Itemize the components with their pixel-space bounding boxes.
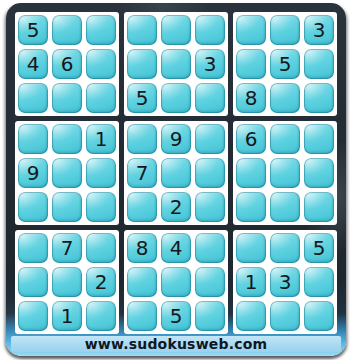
cell-r5c4[interactable]: 7 (127, 158, 157, 188)
cell-r9c6[interactable] (195, 301, 225, 331)
cell-r4c6[interactable] (195, 124, 225, 154)
cell-r5c6[interactable] (195, 158, 225, 188)
box-1: 546 (15, 12, 119, 116)
cell-r5c1[interactable]: 9 (18, 158, 48, 188)
box-7: 721 (15, 230, 119, 334)
cell-r2c6[interactable]: 3 (195, 49, 225, 79)
cell-r2c1[interactable]: 4 (18, 49, 48, 79)
cell-r8c6[interactable] (195, 267, 225, 297)
cell-r6c4[interactable] (127, 192, 157, 222)
cell-r1c5[interactable] (161, 15, 191, 45)
box-9: 513 (233, 230, 337, 334)
cell-r1c9[interactable]: 3 (304, 15, 334, 45)
cell-r6c2[interactable] (52, 192, 82, 222)
site-link[interactable]: www.sudokusweb.com (85, 336, 268, 352)
cell-r7c4[interactable]: 8 (127, 233, 157, 263)
cell-r3c6[interactable] (195, 83, 225, 113)
cell-r8c1[interactable] (18, 267, 48, 297)
cell-r4c8[interactable] (270, 124, 300, 154)
cell-r2c3[interactable] (86, 49, 116, 79)
cell-r7c1[interactable] (18, 233, 48, 263)
cell-r3c3[interactable] (86, 83, 116, 113)
cell-r5c8[interactable] (270, 158, 300, 188)
cell-r7c8[interactable] (270, 233, 300, 263)
cell-r1c1[interactable]: 5 (18, 15, 48, 45)
cell-r3c8[interactable] (270, 83, 300, 113)
cell-r6c8[interactable] (270, 192, 300, 222)
cell-r8c5[interactable] (161, 267, 191, 297)
cell-r6c7[interactable] (236, 192, 266, 222)
cell-r7c3[interactable] (86, 233, 116, 263)
cell-r6c5[interactable]: 2 (161, 192, 191, 222)
cell-r6c6[interactable] (195, 192, 225, 222)
cell-r7c5[interactable]: 4 (161, 233, 191, 263)
cell-r4c1[interactable] (18, 124, 48, 154)
box-4: 19 (15, 121, 119, 225)
cell-r9c4[interactable] (127, 301, 157, 331)
cell-r2c9[interactable] (304, 49, 334, 79)
cell-r1c4[interactable] (127, 15, 157, 45)
box-8: 845 (124, 230, 228, 334)
cell-r8c3[interactable]: 2 (86, 267, 116, 297)
cell-r8c4[interactable] (127, 267, 157, 297)
cell-r2c4[interactable] (127, 49, 157, 79)
cell-r9c8[interactable] (270, 301, 300, 331)
cell-r1c6[interactable] (195, 15, 225, 45)
cell-r3c2[interactable] (52, 83, 82, 113)
cell-r4c3[interactable]: 1 (86, 124, 116, 154)
box-3: 358 (233, 12, 337, 116)
cell-r7c6[interactable] (195, 233, 225, 263)
cell-r7c2[interactable]: 7 (52, 233, 82, 263)
cell-r1c7[interactable] (236, 15, 266, 45)
cell-r6c3[interactable] (86, 192, 116, 222)
cell-r4c4[interactable] (127, 124, 157, 154)
cell-r8c7[interactable]: 1 (236, 267, 266, 297)
cell-r7c7[interactable] (236, 233, 266, 263)
cell-r5c5[interactable] (161, 158, 191, 188)
sudoku-grid: 54635358199726721845513 (15, 12, 337, 334)
cell-r8c8[interactable]: 3 (270, 267, 300, 297)
cell-r2c2[interactable]: 6 (52, 49, 82, 79)
cell-r8c2[interactable] (52, 267, 82, 297)
cell-r2c5[interactable] (161, 49, 191, 79)
cell-r2c7[interactable] (236, 49, 266, 79)
cell-r9c1[interactable] (18, 301, 48, 331)
cell-r1c2[interactable] (52, 15, 82, 45)
cell-r4c5[interactable]: 9 (161, 124, 191, 154)
cell-r5c7[interactable] (236, 158, 266, 188)
cell-r5c3[interactable] (86, 158, 116, 188)
cell-r5c2[interactable] (52, 158, 82, 188)
cell-r4c2[interactable] (52, 124, 82, 154)
cell-r3c5[interactable] (161, 83, 191, 113)
cell-r2c8[interactable]: 5 (270, 49, 300, 79)
cell-r3c7[interactable]: 8 (236, 83, 266, 113)
cell-r3c9[interactable] (304, 83, 334, 113)
footer-bar: www.sudokusweb.com (11, 336, 341, 352)
cell-r6c9[interactable] (304, 192, 334, 222)
cell-r6c1[interactable] (18, 192, 48, 222)
box-2: 35 (124, 12, 228, 116)
cell-r1c3[interactable] (86, 15, 116, 45)
cell-r4c9[interactable] (304, 124, 334, 154)
cell-r8c9[interactable] (304, 267, 334, 297)
cell-r3c1[interactable] (18, 83, 48, 113)
sudoku-board-frame: 54635358199726721845513 www.sudokusweb.c… (6, 3, 346, 356)
cell-r4c7[interactable]: 6 (236, 124, 266, 154)
cell-r9c7[interactable] (236, 301, 266, 331)
cell-r9c2[interactable]: 1 (52, 301, 82, 331)
cell-r9c3[interactable] (86, 301, 116, 331)
cell-r3c4[interactable]: 5 (127, 83, 157, 113)
cell-r5c9[interactable] (304, 158, 334, 188)
box-5: 972 (124, 121, 228, 225)
cell-r1c8[interactable] (270, 15, 300, 45)
cell-r9c9[interactable] (304, 301, 334, 331)
box-6: 6 (233, 121, 337, 225)
cell-r7c9[interactable]: 5 (304, 233, 334, 263)
cell-r9c5[interactable]: 5 (161, 301, 191, 331)
